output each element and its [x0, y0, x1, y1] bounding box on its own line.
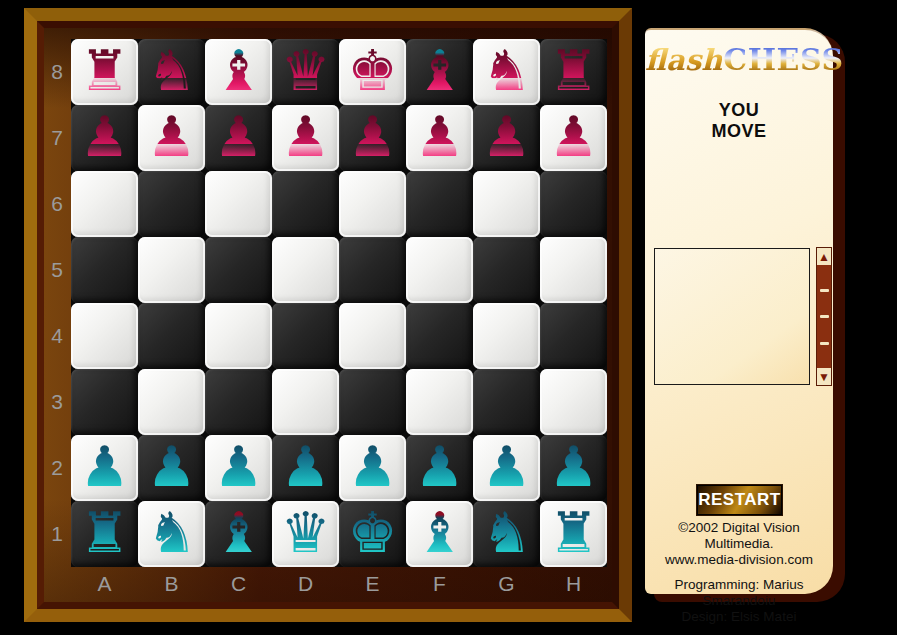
square-a5[interactable]: [71, 237, 138, 303]
square-a1[interactable]: ♜: [71, 501, 138, 567]
last-moves-box[interactable]: [654, 248, 810, 385]
square-g7[interactable]: ♟: [473, 105, 540, 171]
turn-status-line2: MOVE: [645, 121, 833, 142]
square-c1[interactable]: ♝: [205, 501, 272, 567]
square-a4[interactable]: [71, 303, 138, 369]
square-g1[interactable]: ♞: [473, 501, 540, 567]
square-h2[interactable]: ♟: [540, 435, 607, 501]
logo-flash-text: flash: [645, 43, 722, 77]
logo-chess-text: CHESS: [723, 42, 843, 77]
flashchess-app: 87654321 ABCDEFGH ♜♞♝♛♚♝♞♜♟♟♟♟♟♟♟♟♟♟♟♟♟♟…: [0, 0, 897, 635]
pink-bishop[interactable]: ♝: [414, 43, 464, 99]
teal-pawn[interactable]: ♟: [79, 439, 129, 495]
square-e7[interactable]: ♟: [339, 105, 406, 171]
square-b5[interactable]: [138, 237, 205, 303]
pink-bishop[interactable]: ♝: [213, 43, 263, 99]
pink-pawn[interactable]: ♟: [213, 109, 263, 165]
square-e6[interactable]: [339, 171, 406, 237]
square-b7[interactable]: ♟: [138, 105, 205, 171]
file-label-c: C: [205, 571, 272, 597]
square-c8[interactable]: ♝: [205, 39, 272, 105]
rank-label-2: 2: [44, 435, 70, 501]
square-c6[interactable]: [205, 171, 272, 237]
square-f6[interactable]: [406, 171, 473, 237]
teal-pawn[interactable]: ♟: [213, 439, 263, 495]
teal-rook[interactable]: ♜: [79, 505, 129, 561]
square-b8[interactable]: ♞: [138, 39, 205, 105]
teal-bishop[interactable]: ♝: [213, 505, 263, 561]
pink-knight[interactable]: ♞: [481, 43, 531, 99]
file-label-a: A: [71, 571, 138, 597]
pink-pawn[interactable]: ♟: [280, 109, 330, 165]
square-b2[interactable]: ♟: [138, 435, 205, 501]
chess-board-frame: 87654321 ABCDEFGH ♜♞♝♛♚♝♞♜♟♟♟♟♟♟♟♟♟♟♟♟♟♟…: [24, 8, 632, 622]
square-g2[interactable]: ♟: [473, 435, 540, 501]
square-c2[interactable]: ♟: [205, 435, 272, 501]
square-b4[interactable]: [138, 303, 205, 369]
scroll-track[interactable]: [817, 265, 831, 368]
teal-pawn[interactable]: ♟: [146, 439, 196, 495]
credits: ©2002 Digital Vision Multimedia. www.med…: [645, 520, 833, 625]
square-c5[interactable]: [205, 237, 272, 303]
file-label-h: H: [540, 571, 607, 597]
square-e4[interactable]: [339, 303, 406, 369]
teal-rook[interactable]: ♜: [548, 505, 598, 561]
teal-pawn[interactable]: ♟: [347, 439, 397, 495]
file-label-b: B: [138, 571, 205, 597]
chess-board: ♜♞♝♛♚♝♞♜♟♟♟♟♟♟♟♟♟♟♟♟♟♟♟♟♜♞♝♛♚♝♞♜: [71, 39, 607, 567]
square-f7[interactable]: ♟: [406, 105, 473, 171]
design-line: Design: Elsis Matei: [645, 609, 833, 625]
side-panel: flashCHESS YOU MOVE LAST MOVES ▲ ▼ RESTA…: [645, 28, 833, 594]
restart-button[interactable]: RESTART: [697, 485, 782, 515]
pink-king[interactable]: ♚: [347, 43, 397, 99]
file-label-g: G: [473, 571, 540, 597]
square-a8[interactable]: ♜: [71, 39, 138, 105]
turn-status-line1: YOU: [645, 100, 833, 121]
square-d7[interactable]: ♟: [272, 105, 339, 171]
square-f1[interactable]: ♝: [406, 501, 473, 567]
square-g4[interactable]: [473, 303, 540, 369]
scroll-up-icon: ▲: [818, 251, 830, 263]
square-h3[interactable]: [540, 369, 607, 435]
square-a3[interactable]: [71, 369, 138, 435]
square-f8[interactable]: ♝: [406, 39, 473, 105]
square-d8[interactable]: ♛: [272, 39, 339, 105]
website-line: www.media-division.com: [645, 552, 833, 568]
flashchess-logo: flashCHESS: [645, 42, 833, 77]
square-f5[interactable]: [406, 237, 473, 303]
square-b1[interactable]: ♞: [138, 501, 205, 567]
square-f3[interactable]: [406, 369, 473, 435]
square-h4[interactable]: [540, 303, 607, 369]
square-h5[interactable]: [540, 237, 607, 303]
file-labels: ABCDEFGH: [71, 571, 607, 597]
square-c3[interactable]: [205, 369, 272, 435]
teal-pawn[interactable]: ♟: [548, 439, 598, 495]
square-b6[interactable]: [138, 171, 205, 237]
rank-label-7: 7: [44, 105, 70, 171]
scroll-down-button[interactable]: ▼: [817, 368, 831, 385]
rank-labels: 87654321: [44, 39, 70, 567]
board-well: 87654321 ABCDEFGH ♜♞♝♛♚♝♞♜♟♟♟♟♟♟♟♟♟♟♟♟♟♟…: [37, 21, 619, 609]
teal-pawn[interactable]: ♟: [280, 439, 330, 495]
square-h8[interactable]: ♜: [540, 39, 607, 105]
square-g5[interactable]: [473, 237, 540, 303]
teal-pawn[interactable]: ♟: [414, 439, 464, 495]
square-d4[interactable]: [272, 303, 339, 369]
pink-pawn[interactable]: ♟: [548, 109, 598, 165]
square-d1[interactable]: ♛: [272, 501, 339, 567]
square-d6[interactable]: [272, 171, 339, 237]
square-h7[interactable]: ♟: [540, 105, 607, 171]
square-a7[interactable]: ♟: [71, 105, 138, 171]
square-e5[interactable]: [339, 237, 406, 303]
pink-pawn[interactable]: ♟: [146, 109, 196, 165]
file-label-e: E: [339, 571, 406, 597]
scroll-up-button[interactable]: ▲: [817, 248, 831, 265]
moves-scrollbar[interactable]: ▲ ▼: [816, 247, 832, 386]
square-a6[interactable]: [71, 171, 138, 237]
square-h1[interactable]: ♜: [540, 501, 607, 567]
pink-pawn[interactable]: ♟: [347, 109, 397, 165]
rank-label-5: 5: [44, 237, 70, 303]
teal-knight[interactable]: ♞: [146, 505, 196, 561]
square-e2[interactable]: ♟: [339, 435, 406, 501]
teal-pawn[interactable]: ♟: [481, 439, 531, 495]
square-g6[interactable]: [473, 171, 540, 237]
teal-queen[interactable]: ♛: [280, 505, 330, 561]
square-g8[interactable]: ♞: [473, 39, 540, 105]
teal-knight[interactable]: ♞: [481, 505, 531, 561]
pink-queen[interactable]: ♛: [280, 43, 330, 99]
square-e3[interactable]: [339, 369, 406, 435]
square-a2[interactable]: ♟: [71, 435, 138, 501]
pink-pawn[interactable]: ♟: [481, 109, 531, 165]
square-f2[interactable]: ♟: [406, 435, 473, 501]
rank-label-1: 1: [44, 501, 70, 567]
rank-label-4: 4: [44, 303, 70, 369]
copyright-line: ©2002 Digital Vision Multimedia.: [645, 520, 833, 552]
scroll-track-marker: [820, 342, 829, 345]
square-e1[interactable]: ♚: [339, 501, 406, 567]
square-d3[interactable]: [272, 369, 339, 435]
square-c7[interactable]: ♟: [205, 105, 272, 171]
square-h6[interactable]: [540, 171, 607, 237]
square-f4[interactable]: [406, 303, 473, 369]
rank-label-8: 8: [44, 39, 70, 105]
rank-label-6: 6: [44, 171, 70, 237]
turn-status: YOU MOVE: [645, 100, 833, 142]
square-b3[interactable]: [138, 369, 205, 435]
pink-knight[interactable]: ♞: [146, 43, 196, 99]
teal-bishop[interactable]: ♝: [414, 505, 464, 561]
file-label-f: F: [406, 571, 473, 597]
programming-line: Programming: Marius Smarandoiu: [645, 577, 833, 609]
scroll-down-icon: ▼: [818, 371, 830, 383]
square-e8[interactable]: ♚: [339, 39, 406, 105]
pink-pawn[interactable]: ♟: [79, 109, 129, 165]
pink-pawn[interactable]: ♟: [414, 109, 464, 165]
square-d2[interactable]: ♟: [272, 435, 339, 501]
teal-king[interactable]: ♚: [347, 505, 397, 561]
pink-rook[interactable]: ♜: [79, 43, 129, 99]
square-g3[interactable]: [473, 369, 540, 435]
file-label-d: D: [272, 571, 339, 597]
scroll-track-marker: [820, 315, 829, 318]
pink-rook[interactable]: ♜: [548, 43, 598, 99]
scroll-track-marker: [820, 289, 829, 292]
square-c4[interactable]: [205, 303, 272, 369]
rank-label-3: 3: [44, 369, 70, 435]
square-d5[interactable]: [272, 237, 339, 303]
